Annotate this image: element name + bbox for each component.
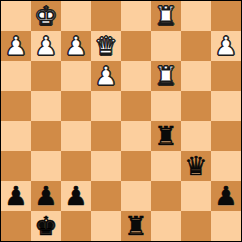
- square-h4[interactable]: [211, 121, 241, 151]
- square-e8[interactable]: [121, 1, 151, 31]
- square-e3[interactable]: [121, 151, 151, 181]
- chess-board: ♚♜♟♟♟♛♟♟♜♜♛♟♟♟♟♚♜: [0, 0, 242, 242]
- piece-white-pawn-b7[interactable]: ♟: [34, 31, 57, 61]
- square-b3[interactable]: [31, 151, 61, 181]
- square-d2[interactable]: [91, 181, 121, 211]
- square-h2[interactable]: ♟: [211, 181, 241, 211]
- piece-black-king-b1[interactable]: ♚: [34, 211, 57, 241]
- square-b4[interactable]: [31, 121, 61, 151]
- square-h8[interactable]: [211, 1, 241, 31]
- square-a1[interactable]: [1, 211, 31, 241]
- piece-white-pawn-c7[interactable]: ♟: [64, 31, 87, 61]
- piece-black-queen-g3[interactable]: ♛: [184, 151, 207, 181]
- square-h1[interactable]: [211, 211, 241, 241]
- square-e4[interactable]: [121, 121, 151, 151]
- square-g8[interactable]: [181, 1, 211, 31]
- square-e7[interactable]: [121, 31, 151, 61]
- square-d5[interactable]: [91, 91, 121, 121]
- piece-white-king-b8[interactable]: ♚: [34, 1, 57, 31]
- piece-white-pawn-h7[interactable]: ♟: [214, 31, 237, 61]
- square-f3[interactable]: [151, 151, 181, 181]
- square-a5[interactable]: [1, 91, 31, 121]
- square-d1[interactable]: [91, 211, 121, 241]
- square-g6[interactable]: [181, 61, 211, 91]
- square-h5[interactable]: [211, 91, 241, 121]
- square-f2[interactable]: [151, 181, 181, 211]
- square-b8[interactable]: ♚: [31, 1, 61, 31]
- square-d4[interactable]: [91, 121, 121, 151]
- square-b7[interactable]: ♟: [31, 31, 61, 61]
- square-d3[interactable]: [91, 151, 121, 181]
- piece-black-rook-f4[interactable]: ♜: [154, 121, 177, 151]
- square-d6[interactable]: ♟: [91, 61, 121, 91]
- square-b1[interactable]: ♚: [31, 211, 61, 241]
- square-a7[interactable]: ♟: [1, 31, 31, 61]
- square-c5[interactable]: [61, 91, 91, 121]
- piece-white-pawn-a7[interactable]: ♟: [4, 31, 27, 61]
- square-e2[interactable]: [121, 181, 151, 211]
- square-f6[interactable]: ♜: [151, 61, 181, 91]
- square-f1[interactable]: [151, 211, 181, 241]
- square-a2[interactable]: ♟: [1, 181, 31, 211]
- square-g3[interactable]: ♛: [181, 151, 211, 181]
- piece-white-rook-f8[interactable]: ♜: [154, 1, 177, 31]
- square-g5[interactable]: [181, 91, 211, 121]
- square-f7[interactable]: [151, 31, 181, 61]
- square-b2[interactable]: ♟: [31, 181, 61, 211]
- piece-white-pawn-d6[interactable]: ♟: [94, 61, 117, 91]
- square-f5[interactable]: [151, 91, 181, 121]
- square-a3[interactable]: [1, 151, 31, 181]
- square-d8[interactable]: [91, 1, 121, 31]
- square-h7[interactable]: ♟: [211, 31, 241, 61]
- square-f4[interactable]: ♜: [151, 121, 181, 151]
- square-c1[interactable]: [61, 211, 91, 241]
- piece-white-rook-f6[interactable]: ♜: [154, 61, 177, 91]
- square-c2[interactable]: ♟: [61, 181, 91, 211]
- piece-black-pawn-b2[interactable]: ♟: [34, 181, 57, 211]
- square-h6[interactable]: [211, 61, 241, 91]
- square-c8[interactable]: [61, 1, 91, 31]
- piece-black-rook-e1[interactable]: ♜: [124, 211, 147, 241]
- square-c4[interactable]: [61, 121, 91, 151]
- square-g1[interactable]: [181, 211, 211, 241]
- square-g2[interactable]: [181, 181, 211, 211]
- square-f8[interactable]: ♜: [151, 1, 181, 31]
- square-a4[interactable]: [1, 121, 31, 151]
- square-g7[interactable]: [181, 31, 211, 61]
- square-b6[interactable]: [31, 61, 61, 91]
- square-h3[interactable]: [211, 151, 241, 181]
- square-c6[interactable]: [61, 61, 91, 91]
- square-d7[interactable]: ♛: [91, 31, 121, 61]
- square-c3[interactable]: [61, 151, 91, 181]
- piece-black-pawn-h2[interactable]: ♟: [214, 181, 237, 211]
- piece-black-pawn-a2[interactable]: ♟: [4, 181, 27, 211]
- piece-white-queen-d7[interactable]: ♛: [94, 31, 117, 61]
- piece-black-pawn-c2[interactable]: ♟: [64, 181, 87, 211]
- square-a6[interactable]: [1, 61, 31, 91]
- square-b5[interactable]: [31, 91, 61, 121]
- square-e6[interactable]: [121, 61, 151, 91]
- square-e1[interactable]: ♜: [121, 211, 151, 241]
- square-c7[interactable]: ♟: [61, 31, 91, 61]
- square-a8[interactable]: [1, 1, 31, 31]
- square-e5[interactable]: [121, 91, 151, 121]
- square-g4[interactable]: [181, 121, 211, 151]
